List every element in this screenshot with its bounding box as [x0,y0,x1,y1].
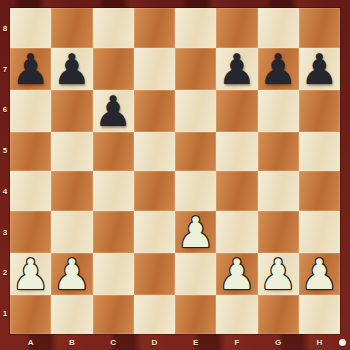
white-pawn[interactable]: ♟ [177,212,215,254]
rank-label-3: 3 [0,212,10,253]
square-a2[interactable]: ♟ [10,253,51,295]
square-e8[interactable] [175,8,216,48]
square-f8[interactable] [216,8,257,48]
rank-label-6: 6 [0,90,10,131]
file-label-e: E [175,334,216,350]
square-f4[interactable] [216,171,257,211]
chess-board-frame: ♟♟♟♟♟♟♟♟♟♟♟♟ 87654321 ABCDEFGH [0,0,350,350]
file-label-f: F [216,334,257,350]
square-f2[interactable]: ♟ [216,253,257,295]
square-c2[interactable] [93,253,134,295]
square-g1[interactable] [258,295,299,335]
square-c7[interactable] [93,48,134,90]
square-g6[interactable] [258,90,299,132]
square-g3[interactable] [258,211,299,253]
square-a7[interactable]: ♟ [10,48,51,90]
square-e6[interactable] [175,90,216,132]
white-pawn[interactable]: ♟ [12,254,50,296]
square-f6[interactable] [216,90,257,132]
square-e2[interactable] [175,253,216,295]
file-label-b: B [51,334,92,350]
square-h8[interactable] [299,8,340,48]
square-g7[interactable]: ♟ [258,48,299,90]
square-e3[interactable]: ♟ [175,211,216,253]
square-g2[interactable]: ♟ [258,253,299,295]
file-label-c: C [93,334,134,350]
square-b6[interactable] [51,90,92,132]
file-label-a: A [10,334,51,350]
square-h2[interactable]: ♟ [299,253,340,295]
square-c8[interactable] [93,8,134,48]
square-h6[interactable] [299,90,340,132]
square-a5[interactable] [10,132,51,172]
square-b3[interactable] [51,211,92,253]
square-c4[interactable] [93,171,134,211]
white-pawn[interactable]: ♟ [301,254,339,296]
square-d3[interactable] [134,211,175,253]
square-a4[interactable] [10,171,51,211]
rank-label-7: 7 [0,49,10,90]
square-d8[interactable] [134,8,175,48]
rank-label-4: 4 [0,171,10,212]
rank-labels: 87654321 [0,8,10,334]
square-d1[interactable] [134,295,175,335]
rank-label-8: 8 [0,8,10,49]
square-f1[interactable] [216,295,257,335]
black-pawn[interactable]: ♟ [12,49,50,91]
rank-label-2: 2 [0,253,10,294]
square-b4[interactable] [51,171,92,211]
square-b7[interactable]: ♟ [51,48,92,90]
rank-label-5: 5 [0,130,10,171]
square-e1[interactable] [175,295,216,335]
square-b5[interactable] [51,132,92,172]
square-a8[interactable] [10,8,51,48]
square-c5[interactable] [93,132,134,172]
file-label-g: G [258,334,299,350]
square-b1[interactable] [51,295,92,335]
chess-board: ♟♟♟♟♟♟♟♟♟♟♟♟ [10,8,340,334]
rank-label-1: 1 [0,293,10,334]
square-f7[interactable]: ♟ [216,48,257,90]
square-h5[interactable] [299,132,340,172]
square-b2[interactable]: ♟ [51,253,92,295]
square-h4[interactable] [299,171,340,211]
square-d7[interactable] [134,48,175,90]
square-a3[interactable] [10,211,51,253]
black-pawn[interactable]: ♟ [259,49,297,91]
square-e4[interactable] [175,171,216,211]
square-a1[interactable] [10,295,51,335]
square-d4[interactable] [134,171,175,211]
black-pawn[interactable]: ♟ [218,49,256,91]
square-f5[interactable] [216,132,257,172]
white-pawn[interactable]: ♟ [218,254,256,296]
white-pawn[interactable]: ♟ [53,254,91,296]
black-pawn[interactable]: ♟ [53,49,91,91]
square-g5[interactable] [258,132,299,172]
black-pawn[interactable]: ♟ [301,49,339,91]
black-pawn[interactable]: ♟ [94,91,132,133]
square-e7[interactable] [175,48,216,90]
square-e5[interactable] [175,132,216,172]
square-f3[interactable] [216,211,257,253]
square-a6[interactable] [10,90,51,132]
square-d2[interactable] [134,253,175,295]
white-pawn[interactable]: ♟ [259,254,297,296]
square-c6[interactable]: ♟ [93,90,134,132]
file-label-h: H [299,334,340,350]
white-to-move-indicator [339,339,346,346]
file-labels: ABCDEFGH [10,334,340,350]
square-c1[interactable] [93,295,134,335]
file-label-d: D [134,334,175,350]
square-h7[interactable]: ♟ [299,48,340,90]
square-c3[interactable] [93,211,134,253]
square-b8[interactable] [51,8,92,48]
square-h1[interactable] [299,295,340,335]
square-d5[interactable] [134,132,175,172]
square-d6[interactable] [134,90,175,132]
square-g4[interactable] [258,171,299,211]
square-h3[interactable] [299,211,340,253]
square-g8[interactable] [258,8,299,48]
